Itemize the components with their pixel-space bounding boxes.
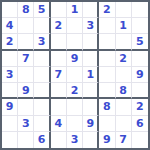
cell-r3c3[interactable]: 3 (34, 34, 50, 50)
cell-r9c4[interactable] (51, 132, 67, 148)
cell-r1c5[interactable]: 1 (67, 2, 83, 18)
cell-r7c9[interactable]: 2 (132, 99, 148, 115)
cell-r7c5[interactable] (67, 99, 83, 115)
cell-r8c7[interactable] (99, 116, 115, 132)
cell-r9c6[interactable] (83, 132, 99, 148)
cell-r5c2[interactable] (18, 67, 34, 83)
cell-r3c9[interactable]: 5 (132, 34, 148, 50)
cell-r9c7[interactable]: 9 (99, 132, 115, 148)
cell-r4c6[interactable] (83, 51, 99, 67)
cell-r7c3[interactable] (34, 99, 50, 115)
cell-r6c5[interactable]: 2 (67, 83, 83, 99)
cell-r4c5[interactable]: 9 (67, 51, 83, 67)
cell-r4c3[interactable] (34, 51, 50, 67)
cell-r9c9[interactable] (132, 132, 148, 148)
cell-r5c7[interactable] (99, 67, 115, 83)
cell-r5c9[interactable]: 9 (132, 67, 148, 83)
cell-r3c1[interactable]: 2 (2, 34, 18, 50)
cell-r9c2[interactable] (18, 132, 34, 148)
cell-r2c1[interactable]: 4 (2, 18, 18, 34)
cell-r1c2[interactable]: 8 (18, 2, 34, 18)
cell-r8c1[interactable] (2, 116, 18, 132)
cell-r2c6[interactable]: 3 (83, 18, 99, 34)
cell-r8c9[interactable]: 6 (132, 116, 148, 132)
cell-r1c9[interactable] (132, 2, 148, 18)
cell-r5c6[interactable]: 1 (83, 67, 99, 83)
cell-r8c5[interactable] (67, 116, 83, 132)
cell-r3c2[interactable] (18, 34, 34, 50)
cell-r2c3[interactable] (34, 18, 50, 34)
cell-r7c7[interactable]: 8 (99, 99, 115, 115)
cell-r4c1[interactable] (2, 51, 18, 67)
cell-r4c2[interactable]: 7 (18, 51, 34, 67)
cell-r7c8[interactable] (116, 99, 132, 115)
cell-r5c3[interactable] (34, 67, 50, 83)
cell-r1c4[interactable] (51, 2, 67, 18)
cell-r5c1[interactable]: 3 (2, 67, 18, 83)
cell-r6c6[interactable] (83, 83, 99, 99)
cell-r4c8[interactable]: 2 (116, 51, 132, 67)
cell-r6c8[interactable]: 8 (116, 83, 132, 99)
cell-r3c7[interactable] (99, 34, 115, 50)
cell-r6c1[interactable] (2, 83, 18, 99)
cell-r9c1[interactable] (2, 132, 18, 148)
cell-r7c1[interactable]: 9 (2, 99, 18, 115)
cell-r4c4[interactable] (51, 51, 67, 67)
cell-r9c8[interactable]: 7 (116, 132, 132, 148)
cell-r9c5[interactable]: 3 (67, 132, 83, 148)
cell-r7c4[interactable] (51, 99, 67, 115)
cell-r9c3[interactable]: 6 (34, 132, 50, 148)
cell-r4c9[interactable] (132, 51, 148, 67)
cell-r2c7[interactable] (99, 18, 115, 34)
cell-r8c8[interactable] (116, 116, 132, 132)
cell-r5c5[interactable] (67, 67, 83, 83)
cell-r6c7[interactable] (99, 83, 115, 99)
cell-r6c9[interactable] (132, 83, 148, 99)
cell-r5c8[interactable] (116, 67, 132, 83)
cell-r1c6[interactable] (83, 2, 99, 18)
cell-r3c4[interactable] (51, 34, 67, 50)
cell-r2c9[interactable] (132, 18, 148, 34)
cell-r1c8[interactable] (116, 2, 132, 18)
cell-r3c6[interactable] (83, 34, 99, 50)
cell-r2c5[interactable] (67, 18, 83, 34)
cell-r7c2[interactable] (18, 99, 34, 115)
cell-r1c3[interactable]: 5 (34, 2, 50, 18)
cell-r2c2[interactable] (18, 18, 34, 34)
cell-r2c4[interactable]: 2 (51, 18, 67, 34)
cell-r8c2[interactable]: 3 (18, 116, 34, 132)
cell-r8c6[interactable]: 9 (83, 116, 99, 132)
cell-r3c8[interactable] (116, 34, 132, 50)
cell-r4c7[interactable] (99, 51, 115, 67)
cell-r3c5[interactable] (67, 34, 83, 50)
cell-r2c8[interactable]: 1 (116, 18, 132, 34)
cell-r1c7[interactable]: 2 (99, 2, 115, 18)
cell-r5c4[interactable]: 7 (51, 67, 67, 83)
cell-r8c4[interactable]: 4 (51, 116, 67, 132)
cell-r8c3[interactable] (34, 116, 50, 132)
sudoku-board: 85124231235792371992898234966397 (0, 0, 150, 150)
cell-r6c2[interactable]: 9 (18, 83, 34, 99)
cell-r7c6[interactable] (83, 99, 99, 115)
cell-r1c1[interactable] (2, 2, 18, 18)
cell-r6c4[interactable] (51, 83, 67, 99)
cell-r6c3[interactable] (34, 83, 50, 99)
